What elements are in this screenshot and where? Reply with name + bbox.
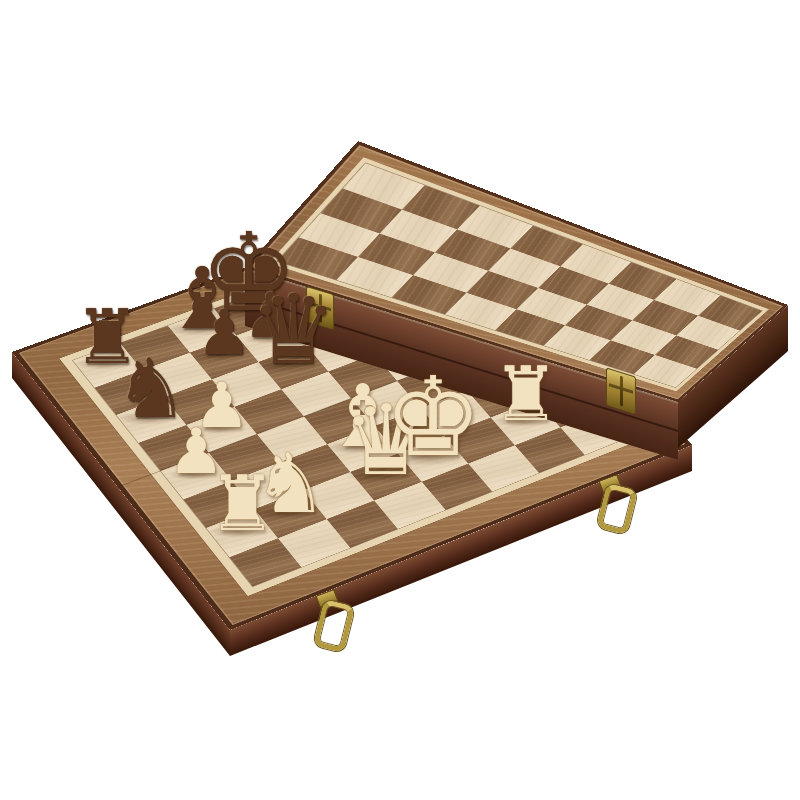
product-photo-stage: ♜♝♚♟♟♞♛♟♟♝♜♞♛♚♜ [0, 0, 800, 800]
